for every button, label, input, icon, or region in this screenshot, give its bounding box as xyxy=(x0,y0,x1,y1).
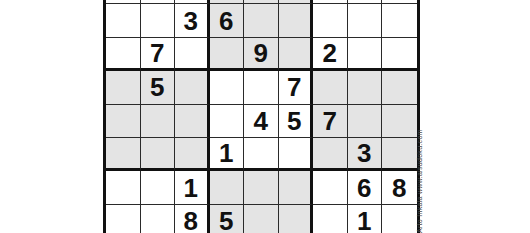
sudoku-cell-r7c6 xyxy=(279,171,314,204)
sudoku-cell-r3c4 xyxy=(210,38,245,71)
sudoku-cell-r8c1 xyxy=(106,205,141,233)
sudoku-cell-r8c5 xyxy=(244,205,279,233)
sudoku-cell-r2c8 xyxy=(348,4,383,37)
sudoku-cell-r3c3 xyxy=(175,38,210,71)
sudoku-cell-r8c8: 1 xyxy=(348,205,383,233)
sudoku-cell-r2c9 xyxy=(382,4,417,37)
sudoku-cell-r3c7: 2 xyxy=(313,38,348,71)
sudoku-cell-r2c1 xyxy=(106,4,141,37)
sudoku-cell-r7c7 xyxy=(313,171,348,204)
sudoku-cell-r5c1 xyxy=(106,105,141,138)
sudoku-board: 367925745713168851 xyxy=(103,0,420,233)
sudoku-cell-r6c2 xyxy=(141,138,176,171)
sudoku-cell-r8c6 xyxy=(279,205,314,233)
sudoku-cell-r2c2 xyxy=(141,4,176,37)
sudoku-cell-r3c1 xyxy=(106,38,141,71)
sudoku-cell-r5c2 xyxy=(141,105,176,138)
sudoku-cell-r8c2 xyxy=(141,205,176,233)
sudoku-cell-r3c2: 7 xyxy=(141,38,176,71)
sudoku-cell-r5c8 xyxy=(348,105,383,138)
sudoku-cell-r3c5: 9 xyxy=(244,38,279,71)
sudoku-cell-r4c6: 7 xyxy=(279,71,314,104)
sudoku-cell-r2c7 xyxy=(313,4,348,37)
sudoku-cell-r7c2 xyxy=(141,171,176,204)
sudoku-cell-r7c1 xyxy=(106,171,141,204)
sudoku-cell-r5c6: 5 xyxy=(279,105,314,138)
sudoku-cell-r2c4: 6 xyxy=(210,4,245,37)
sudoku-cell-r7c9: 8 xyxy=(382,171,417,204)
sudoku-screenshot: 367925745713168851 Arto Inkala www.aisud… xyxy=(0,0,530,233)
sudoku-cell-r8c3: 8 xyxy=(175,205,210,233)
sudoku-cell-r3c6 xyxy=(279,38,314,71)
sudoku-cell-r6c4: 1 xyxy=(210,138,245,171)
sudoku-cell-r7c5 xyxy=(244,171,279,204)
sudoku-cell-r5c4 xyxy=(210,105,245,138)
sudoku-cell-r5c7: 7 xyxy=(313,105,348,138)
sudoku-cell-r4c1 xyxy=(106,71,141,104)
sudoku-cell-r4c5 xyxy=(244,71,279,104)
sudoku-cell-r6c3 xyxy=(175,138,210,171)
sudoku-cell-r4c7 xyxy=(313,71,348,104)
sudoku-cell-r5c5: 4 xyxy=(244,105,279,138)
sudoku-cell-r2c5 xyxy=(244,4,279,37)
sudoku-cell-r2c6 xyxy=(279,4,314,37)
sudoku-cell-r5c3 xyxy=(175,105,210,138)
sudoku-cell-r6c8: 3 xyxy=(348,138,383,171)
sudoku-cell-r4c3 xyxy=(175,71,210,104)
sudoku-cell-r7c8: 6 xyxy=(348,171,383,204)
sudoku-cell-r6c5 xyxy=(244,138,279,171)
sudoku-cell-r7c3: 1 xyxy=(175,171,210,204)
sudoku-cell-r6c6 xyxy=(279,138,314,171)
credit-text: Arto Inkala www.aisudoku.com xyxy=(416,129,423,233)
sudoku-cell-r4c9 xyxy=(382,71,417,104)
sudoku-cell-r8c7 xyxy=(313,205,348,233)
sudoku-cell-r2c3: 3 xyxy=(175,4,210,37)
sudoku-cell-r6c7 xyxy=(313,138,348,171)
sudoku-cell-r8c4: 5 xyxy=(210,205,245,233)
sudoku-cell-r6c9 xyxy=(382,138,417,171)
sudoku-cell-r4c2: 5 xyxy=(141,71,176,104)
sudoku-cell-r6c1 xyxy=(106,138,141,171)
sudoku-cell-r3c9 xyxy=(382,38,417,71)
sudoku-cell-r5c9 xyxy=(382,105,417,138)
sudoku-cell-r3c8 xyxy=(348,38,383,71)
sudoku-cell-r4c4 xyxy=(210,71,245,104)
sudoku-cell-r8c9 xyxy=(382,205,417,233)
sudoku-cell-r7c4 xyxy=(210,171,245,204)
sudoku-cell-r4c8 xyxy=(348,71,383,104)
